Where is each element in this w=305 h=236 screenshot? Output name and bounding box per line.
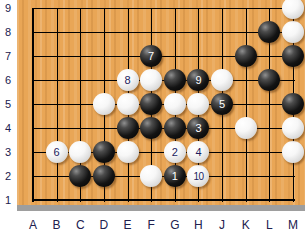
stone-white-J6[interactable] <box>211 69 233 91</box>
row-label-2: 2 <box>1 170 15 182</box>
row-label-9: 9 <box>1 2 15 14</box>
stone-white-M3[interactable] <box>282 141 304 163</box>
stone-white-F2[interactable] <box>140 165 162 187</box>
move-number: 4 <box>195 146 201 158</box>
move-number: 1 <box>172 170 178 182</box>
column-label-M: M <box>285 218 301 232</box>
column-label-J: J <box>214 218 230 232</box>
row-label-7: 7 <box>1 50 15 62</box>
stone-black-G6[interactable] <box>164 69 186 91</box>
stone-white-K4[interactable] <box>235 117 257 139</box>
stone-black-D2[interactable] <box>93 165 115 187</box>
column-label-H: H <box>190 218 206 232</box>
move-number: 2 <box>172 146 178 158</box>
stone-black-D3[interactable] <box>93 141 115 163</box>
stone-black-F4[interactable] <box>140 117 162 139</box>
stone-black-G4[interactable] <box>164 117 186 139</box>
move-number: 8 <box>124 74 130 86</box>
row-label-1: 1 <box>1 194 15 206</box>
move-number: 5 <box>219 98 225 110</box>
column-label-E: E <box>120 218 136 232</box>
column-label-K: K <box>238 218 254 232</box>
move-number: 10 <box>193 170 203 181</box>
move-number: 7 <box>148 50 154 62</box>
stone-white-E5[interactable] <box>117 93 139 115</box>
stone-white-F6[interactable] <box>140 69 162 91</box>
stone-white-G5[interactable] <box>164 93 186 115</box>
column-label-C: C <box>72 218 88 232</box>
row-label-4: 4 <box>1 122 15 134</box>
row-label-6: 6 <box>1 74 15 86</box>
move-number: 6 <box>54 146 60 158</box>
row-label-5: 5 <box>1 98 15 110</box>
stone-black-G2[interactable]: 1 <box>164 165 186 187</box>
stone-black-F7[interactable]: 7 <box>140 45 162 67</box>
grid-line <box>32 8 34 202</box>
stone-white-M8[interactable] <box>282 21 304 43</box>
stone-black-M5[interactable] <box>282 93 304 115</box>
stone-white-E6[interactable]: 8 <box>117 69 139 91</box>
stone-white-M4[interactable] <box>282 117 304 139</box>
stone-white-G3[interactable]: 2 <box>164 141 186 163</box>
go-diagram: 987654321 ABCDEFGHJKLM 13597106248 <box>0 0 305 236</box>
column-label-L: L <box>261 218 277 232</box>
grid-line <box>57 8 58 202</box>
column-label-D: D <box>96 218 112 232</box>
grid-line <box>33 199 295 201</box>
grid-line <box>246 8 247 202</box>
row-label-3: 3 <box>1 146 15 158</box>
stone-black-M7[interactable] <box>282 45 304 67</box>
grid-line <box>33 32 295 33</box>
row-label-8: 8 <box>1 26 15 38</box>
stone-black-F5[interactable] <box>140 93 162 115</box>
column-label-A: A <box>25 218 41 232</box>
stone-black-K7[interactable] <box>235 45 257 67</box>
stone-white-B3[interactable]: 6 <box>46 141 68 163</box>
stone-black-J5[interactable]: 5 <box>211 93 233 115</box>
column-label-B: B <box>49 218 65 232</box>
move-number: 3 <box>195 122 201 134</box>
column-label-G: G <box>167 218 183 232</box>
stone-white-D5[interactable] <box>93 93 115 115</box>
stone-white-E3[interactable] <box>117 141 139 163</box>
move-number: 9 <box>195 74 201 86</box>
column-label-F: F <box>143 218 159 232</box>
board-shadow <box>17 205 305 211</box>
grid-line <box>33 8 295 9</box>
stone-black-E4[interactable] <box>117 117 139 139</box>
